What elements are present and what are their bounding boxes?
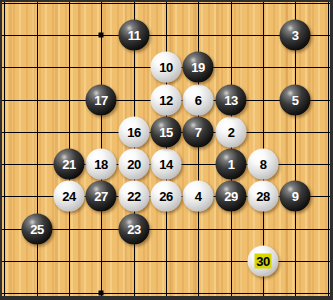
grid-line-horizontal bbox=[0, 3, 333, 4]
stone-black-13: 13 bbox=[216, 85, 247, 116]
stone-number: 12 bbox=[159, 94, 172, 107]
stone-black-11: 11 bbox=[119, 20, 150, 51]
stone-black-21: 21 bbox=[54, 149, 85, 180]
stone-number: 27 bbox=[94, 190, 107, 203]
stone-black-5: 5 bbox=[280, 85, 311, 116]
stone-number: 18 bbox=[94, 158, 107, 171]
stone-number: 19 bbox=[191, 61, 204, 74]
stone-white-12: 12 bbox=[151, 85, 182, 116]
stone-black-29: 29 bbox=[216, 181, 247, 212]
stone-white-18: 18 bbox=[86, 149, 117, 180]
last-move-number-highlight: 30 bbox=[254, 254, 271, 269]
stone-number: 7 bbox=[195, 126, 202, 139]
stone-number: 6 bbox=[195, 94, 202, 107]
stone-white-26: 26 bbox=[151, 181, 182, 212]
stone-number: 16 bbox=[127, 126, 140, 139]
stone-number: 21 bbox=[62, 158, 75, 171]
stone-number: 15 bbox=[159, 126, 172, 139]
stone-number: 14 bbox=[159, 158, 172, 171]
stone-black-17: 17 bbox=[86, 85, 117, 116]
grid-line-vertical bbox=[37, 0, 38, 300]
stone-black-27: 27 bbox=[86, 181, 117, 212]
stone-black-19: 19 bbox=[183, 52, 214, 83]
stone-number: 11 bbox=[128, 29, 141, 42]
stone-number: 24 bbox=[62, 190, 75, 203]
stone-white-10: 10 bbox=[151, 52, 182, 83]
stone-number: 10 bbox=[159, 61, 172, 74]
star-point bbox=[99, 291, 104, 296]
stone-number: 8 bbox=[260, 158, 267, 171]
stone-white-24: 24 bbox=[54, 181, 85, 212]
stone-number: 22 bbox=[127, 190, 140, 203]
stone-black-25: 25 bbox=[22, 214, 53, 245]
stone-black-7: 7 bbox=[183, 117, 214, 148]
star-point bbox=[99, 33, 104, 38]
stone-white-2: 2 bbox=[216, 117, 247, 148]
stone-white-16: 16 bbox=[119, 117, 150, 148]
board-frame-top bbox=[0, 0, 333, 2]
stone-number: 25 bbox=[30, 223, 43, 236]
stone-black-23: 23 bbox=[119, 214, 150, 245]
grid-line-horizontal bbox=[0, 293, 333, 294]
stone-white-30: 30 bbox=[248, 246, 279, 277]
stone-number: 17 bbox=[94, 94, 107, 107]
stone-white-4: 4 bbox=[183, 181, 214, 212]
stone-number: 4 bbox=[195, 190, 202, 203]
stone-number: 29 bbox=[224, 190, 237, 203]
stone-number: 5 bbox=[292, 94, 299, 107]
board-panel: 1234567891011121314151617181920212223242… bbox=[0, 0, 333, 300]
board-frame-bottom bbox=[0, 296, 333, 300]
stone-number: 28 bbox=[256, 190, 269, 203]
stone-number: 3 bbox=[292, 29, 299, 42]
stone-white-28: 28 bbox=[248, 181, 279, 212]
stone-number: 13 bbox=[224, 94, 237, 107]
stone-black-3: 3 bbox=[280, 20, 311, 51]
stone-white-22: 22 bbox=[119, 181, 150, 212]
grid-line-vertical bbox=[198, 0, 199, 300]
board-frame-left bbox=[0, 0, 2, 300]
grid-line-vertical bbox=[328, 0, 329, 300]
stone-white-6: 6 bbox=[183, 85, 214, 116]
stone-black-1: 1 bbox=[216, 149, 247, 180]
stone-white-8: 8 bbox=[248, 149, 279, 180]
stone-black-15: 15 bbox=[151, 117, 182, 148]
stone-white-20: 20 bbox=[119, 149, 150, 180]
grid-line-horizontal bbox=[0, 261, 333, 262]
stone-number: 2 bbox=[228, 126, 235, 139]
grid-line-vertical bbox=[4, 0, 5, 300]
stone-number: 23 bbox=[127, 223, 140, 236]
stone-number: 20 bbox=[127, 158, 140, 171]
stone-number: 9 bbox=[292, 190, 299, 203]
stone-number: 1 bbox=[228, 158, 235, 171]
stone-number: 26 bbox=[159, 190, 172, 203]
stone-white-14: 14 bbox=[151, 149, 182, 180]
stone-black-9: 9 bbox=[280, 181, 311, 212]
